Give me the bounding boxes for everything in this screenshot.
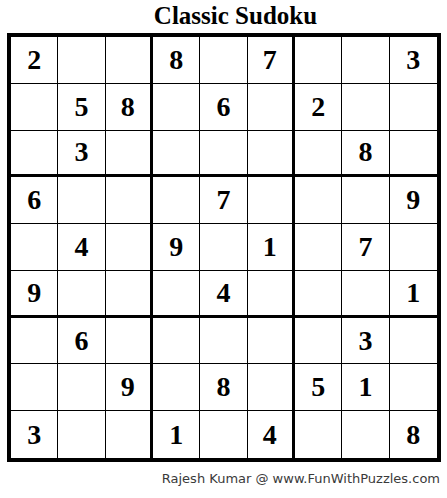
cell-r5c5[interactable] — [200, 224, 247, 271]
credit-text: Rajesh Kumar @ www.FunWithPuzzles.com — [0, 471, 440, 486]
cell-r4c4[interactable] — [153, 177, 200, 224]
cell-r6c6[interactable] — [248, 271, 295, 318]
cell-r6c1[interactable]: 9 — [11, 271, 58, 318]
cell-r7c5[interactable] — [200, 318, 247, 365]
cell-r3c3[interactable] — [106, 131, 153, 178]
cell-r8c8[interactable]: 1 — [342, 364, 389, 411]
cell-r8c1[interactable] — [11, 364, 58, 411]
cell-r6c7[interactable] — [295, 271, 342, 318]
cell-r1c7[interactable] — [295, 37, 342, 84]
cell-r5c8[interactable]: 7 — [342, 224, 389, 271]
cell-r4c1[interactable]: 6 — [11, 177, 58, 224]
cell-r7c4[interactable] — [153, 318, 200, 365]
cell-r8c5[interactable]: 8 — [200, 364, 247, 411]
page: Classic Sudoku 2873586238679491794163985… — [0, 0, 447, 498]
cell-r8c7[interactable]: 5 — [295, 364, 342, 411]
cell-r8c3[interactable]: 9 — [106, 364, 153, 411]
cell-r9c6[interactable]: 4 — [248, 411, 295, 458]
cell-r7c8[interactable]: 3 — [342, 318, 389, 365]
cell-r9c1[interactable]: 3 — [11, 411, 58, 458]
cell-r3c5[interactable] — [200, 131, 247, 178]
cell-r1c2[interactable] — [58, 37, 105, 84]
cell-r2c9[interactable] — [390, 84, 437, 131]
cell-r7c9[interactable] — [390, 318, 437, 365]
cell-r2c2[interactable]: 5 — [58, 84, 105, 131]
cell-r4c5[interactable]: 7 — [200, 177, 247, 224]
cell-r3c2[interactable]: 3 — [58, 131, 105, 178]
cell-r9c9[interactable]: 8 — [390, 411, 437, 458]
cell-r9c8[interactable] — [342, 411, 389, 458]
cell-r8c4[interactable] — [153, 364, 200, 411]
cell-r5c1[interactable] — [11, 224, 58, 271]
cell-r4c7[interactable] — [295, 177, 342, 224]
cell-r9c2[interactable] — [58, 411, 105, 458]
cell-r2c3[interactable]: 8 — [106, 84, 153, 131]
cell-r6c9[interactable]: 1 — [390, 271, 437, 318]
cell-r3c9[interactable] — [390, 131, 437, 178]
cell-r2c6[interactable] — [248, 84, 295, 131]
cell-r7c3[interactable] — [106, 318, 153, 365]
cell-r1c5[interactable] — [200, 37, 247, 84]
cell-r7c2[interactable]: 6 — [58, 318, 105, 365]
cell-r2c5[interactable]: 6 — [200, 84, 247, 131]
cell-r4c8[interactable] — [342, 177, 389, 224]
cell-r5c7[interactable] — [295, 224, 342, 271]
cell-r6c4[interactable] — [153, 271, 200, 318]
cell-r9c5[interactable] — [200, 411, 247, 458]
cell-r5c4[interactable]: 9 — [153, 224, 200, 271]
cell-r6c2[interactable] — [58, 271, 105, 318]
cell-r9c3[interactable] — [106, 411, 153, 458]
cell-r5c6[interactable]: 1 — [248, 224, 295, 271]
cell-r9c7[interactable] — [295, 411, 342, 458]
cell-r4c2[interactable] — [58, 177, 105, 224]
cell-r3c6[interactable] — [248, 131, 295, 178]
cell-r5c9[interactable] — [390, 224, 437, 271]
cell-r6c8[interactable] — [342, 271, 389, 318]
cell-r9c4[interactable]: 1 — [153, 411, 200, 458]
cell-r1c4[interactable]: 8 — [153, 37, 200, 84]
cell-r5c2[interactable]: 4 — [58, 224, 105, 271]
cell-r3c7[interactable] — [295, 131, 342, 178]
cell-r6c3[interactable] — [106, 271, 153, 318]
cell-r1c8[interactable] — [342, 37, 389, 84]
cell-r8c2[interactable] — [58, 364, 105, 411]
cell-r7c1[interactable] — [11, 318, 58, 365]
cell-r1c6[interactable]: 7 — [248, 37, 295, 84]
cell-r2c1[interactable] — [11, 84, 58, 131]
cell-r8c9[interactable] — [390, 364, 437, 411]
cell-r1c3[interactable] — [106, 37, 153, 84]
puzzle-title: Classic Sudoku — [12, 0, 447, 32]
cell-r7c7[interactable] — [295, 318, 342, 365]
cell-r3c8[interactable]: 8 — [342, 131, 389, 178]
cell-r6c5[interactable]: 4 — [200, 271, 247, 318]
cell-r2c7[interactable]: 2 — [295, 84, 342, 131]
cell-r5c3[interactable] — [106, 224, 153, 271]
cell-r4c6[interactable] — [248, 177, 295, 224]
cell-r2c8[interactable] — [342, 84, 389, 131]
cell-r1c9[interactable]: 3 — [390, 37, 437, 84]
cell-r1c1[interactable]: 2 — [11, 37, 58, 84]
cell-r8c6[interactable] — [248, 364, 295, 411]
cell-r4c3[interactable] — [106, 177, 153, 224]
cell-r3c4[interactable] — [153, 131, 200, 178]
sudoku-board: 287358623867949179416398513148 — [7, 33, 441, 462]
cell-r7c6[interactable] — [248, 318, 295, 365]
cell-r2c4[interactable] — [153, 84, 200, 131]
cell-r4c9[interactable]: 9 — [390, 177, 437, 224]
cell-r3c1[interactable] — [11, 131, 58, 178]
